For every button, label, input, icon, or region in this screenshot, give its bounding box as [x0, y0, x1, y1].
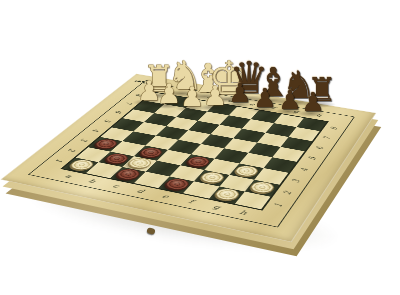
- product-photo-stage: ❧✿ aa11bb22cc33dd44ee55ff66gg77hh88 ♜♞♝♚…: [0, 0, 400, 295]
- chess-pieces-layer: ♜♞♝♚♟♟♟♟♛♝♞♜♟♟♟♟: [0, 0, 400, 295]
- chess-piece-dark-pawn[interactable]: ♟: [278, 87, 301, 113]
- chess-piece-dark-pawn[interactable]: ♟: [253, 85, 276, 111]
- chess-piece-dark-pawn[interactable]: ♟: [228, 80, 251, 106]
- chess-piece-dark-pawn[interactable]: ♟: [301, 89, 324, 115]
- chess-piece-light-pawn[interactable]: ♟: [157, 80, 181, 107]
